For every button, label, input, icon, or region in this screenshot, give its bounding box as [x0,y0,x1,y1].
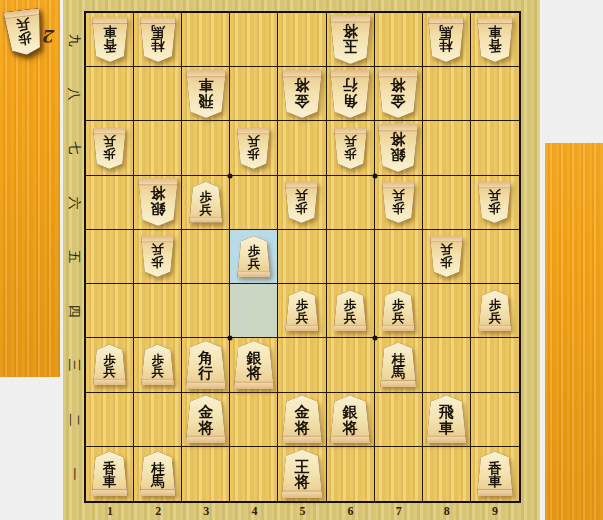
shogi-piece[interactable]: 王将 [281,449,322,498]
piece-kanji-char: 銀 [150,201,165,216]
piece-kanji-char: 香 [103,38,117,52]
piece-kanji: 歩兵 [440,242,453,271]
file-label: 4 [230,504,278,519]
board-cell-7七[interactable]: 銀将 [375,121,423,175]
piece-kanji-char: 馬 [391,366,405,380]
board-cell-5五[interactable] [278,230,326,284]
piece-body: 桂馬 [140,451,176,496]
shogi-piece[interactable]: 歩兵 [285,182,318,223]
board-cell-6八[interactable]: 角行 [327,67,375,121]
board-cell-2八[interactable] [134,67,182,121]
shogi-piece[interactable]: 歩兵 [382,182,415,223]
board-cell-3四[interactable] [182,284,230,338]
shogi-piece[interactable]: 金将 [282,70,322,118]
board-cell-7三[interactable]: 桂馬 [375,338,423,392]
board-cell-5二[interactable]: 金将 [278,393,326,447]
piece-kanji: 銀将 [391,131,406,165]
piece-kanji-char: 馬 [151,24,165,38]
piece-kanji-char: 将 [294,421,309,436]
piece-kanji-char: 玉 [343,38,358,53]
shogi-piece[interactable]: 歩兵 [141,236,174,277]
board-cell-3一[interactable] [182,447,230,501]
shogi-piece[interactable]: 歩兵 [382,290,415,331]
board-cell-4一[interactable] [230,447,278,501]
piece-kanji-char: 兵 [151,366,164,379]
board-cell-1九[interactable]: 香車 [86,13,134,67]
board-cell-8五[interactable]: 歩兵 [423,230,471,284]
piece-kanji: 香車 [103,24,117,55]
piece-body: 歩兵 [334,128,367,169]
board-cell-3三[interactable]: 角行 [182,338,230,392]
piece-kanji-char: 兵 [151,242,164,255]
piece-kanji: 歩兵 [296,296,309,325]
piece-kanji-char: 兵 [200,204,213,217]
board-cell-8三[interactable] [423,338,471,392]
shogi-piece[interactable]: 歩兵 [6,10,42,55]
board-cell-8四[interactable] [423,284,471,338]
board-cell-9八[interactable] [471,67,519,121]
board-cell-5三[interactable] [278,338,326,392]
piece-kanji-char: 将 [198,421,213,436]
piece-kanji-char: 兵 [344,312,357,325]
piece-body: 歩兵 [285,182,318,223]
piece-kanji-char: 将 [150,185,165,200]
piece-body: 桂馬 [140,17,176,62]
board-cell-2七[interactable] [134,121,182,175]
piece-body: 金将 [378,70,418,118]
piece-kanji-char: 車 [198,77,213,92]
board-cell-2五[interactable]: 歩兵 [134,230,182,284]
board-cell-3八[interactable]: 飛車 [182,67,230,121]
hand-piece-pawn[interactable]: 歩兵 [6,10,42,55]
board-cell-5八[interactable]: 金将 [278,67,326,121]
shogi-piece[interactable]: 香車 [92,17,128,62]
piece-kanji-char: 金 [294,92,309,107]
board-cell-7八[interactable]: 金将 [375,67,423,121]
board-cell-1七[interactable]: 歩兵 [86,121,134,175]
piece-kanji-char: 車 [439,421,454,436]
shogi-piece[interactable]: 歩兵 [334,290,367,331]
piece-kanji: 金将 [391,77,406,111]
board-cell-9三[interactable] [471,338,519,392]
piece-kanji-char: 兵 [296,188,309,201]
hoshi-dot [228,173,233,178]
board-cell-2九[interactable]: 桂馬 [134,13,182,67]
board-cell-1五[interactable] [86,230,134,284]
board-cell-4五[interactable]: 歩兵 [230,230,278,284]
piece-kanji-char: 銀 [391,147,406,162]
piece-kanji: 歩兵 [151,351,164,380]
shogi-piece[interactable]: 飛車 [186,70,226,118]
piece-kanji: 金将 [294,77,309,111]
shogi-piece[interactable]: 香車 [477,451,513,496]
piece-kanji: 金将 [294,402,309,436]
piece-kanji: 銀将 [150,185,165,219]
board-cell-7四[interactable]: 歩兵 [375,284,423,338]
shogi-piece[interactable]: 歩兵 [141,344,174,385]
board-cell-7二[interactable] [375,393,423,447]
piece-kanji-char: 香 [488,38,502,52]
piece-body: 歩兵 [334,290,367,331]
piece-body: 歩兵 [382,182,415,223]
board-cell-8六[interactable] [423,176,471,230]
shogi-piece[interactable]: 玉将 [330,15,371,64]
shogi-piece[interactable]: 歩兵 [189,182,222,223]
piece-body: 歩兵 [3,8,44,57]
shogi-piece[interactable]: 銀将 [138,178,178,226]
piece-body: 桂馬 [428,17,464,62]
board-cell-3九[interactable] [182,13,230,67]
shogi-piece[interactable]: 角行 [186,341,226,389]
piece-body: 銀将 [138,178,178,226]
piece-kanji-char: 馬 [440,24,454,38]
piece-kanji-char: 兵 [248,134,261,147]
hoshi-dot [228,336,233,341]
piece-body: 歩兵 [93,128,126,169]
board-cell-9二[interactable] [471,393,519,447]
file-label: 9 [471,504,519,519]
shogi-piece[interactable]: 角行 [330,70,370,118]
shogi-piece[interactable]: 香車 [92,451,128,496]
piece-kanji-char: 兵 [344,134,357,147]
piece-body: 歩兵 [93,344,126,385]
shogi-piece[interactable]: 桂馬 [140,451,176,496]
piece-kanji-char: 将 [343,23,358,38]
piece-kanji: 銀将 [246,348,261,382]
board-cell-7一[interactable] [375,447,423,501]
piece-body: 歩兵 [237,236,270,277]
board-cell-9四[interactable]: 歩兵 [471,284,519,338]
board-cell-1二[interactable] [86,393,134,447]
board-cell-6二[interactable]: 銀将 [327,393,375,447]
piece-kanji-char: 兵 [248,258,261,271]
piece-kanji: 玉将 [343,23,358,57]
piece-body: 銀将 [378,124,418,172]
piece-body: 香車 [92,451,128,496]
shogi-piece[interactable]: 銀将 [234,341,274,389]
piece-kanji-char: 兵 [489,312,502,325]
board-cell-6九[interactable]: 玉将 [327,13,375,67]
piece-kanji-char: 兵 [489,188,502,201]
piece-body: 歩兵 [141,344,174,385]
board-cell-8七[interactable] [423,121,471,175]
board-cell-7九[interactable] [375,13,423,67]
file-label: 8 [423,504,471,519]
board-cell-8二[interactable]: 飛車 [423,393,471,447]
shogi-piece[interactable]: 銀将 [330,395,370,443]
board-cell-7五[interactable] [375,230,423,284]
piece-kanji: 歩兵 [296,188,309,217]
piece-body: 王将 [281,449,322,498]
shogi-piece[interactable]: 飛車 [426,395,466,443]
piece-kanji: 歩兵 [344,134,357,163]
rank-labels: 九八七六五四三二一 [63,13,84,501]
piece-kanji-char: 兵 [103,366,116,379]
piece-kanji-char: 金 [391,92,406,107]
piece-kanji: 金将 [198,402,213,436]
piece-body: 金将 [186,395,226,443]
piece-kanji-char: 将 [246,366,261,381]
board-cell-6五[interactable] [327,230,375,284]
piece-body: 歩兵 [430,236,463,277]
shogi-app: 歩兵 2 九八七六五四三二一 香車桂馬玉将桂馬香車飛車金将角行金将歩兵歩兵歩兵銀… [0,0,603,520]
board-cell-5九[interactable] [278,13,326,67]
piece-body: 歩兵 [478,290,511,331]
board-cell-2三[interactable]: 歩兵 [134,338,182,392]
file-label: 2 [134,504,182,519]
piece-kanji: 歩兵 [248,242,261,271]
piece-kanji: 歩兵 [392,296,405,325]
piece-body: 香車 [477,17,513,62]
piece-kanji-char: 将 [294,77,309,92]
board-cell-7六[interactable]: 歩兵 [375,176,423,230]
board-cell-4二[interactable] [230,393,278,447]
piece-body: 飛車 [186,70,226,118]
board-cell-8一[interactable] [423,447,471,501]
board-cell-1一[interactable]: 香車 [86,447,134,501]
shogi-piece[interactable]: 歩兵 [334,128,367,169]
shogi-piece[interactable]: 金将 [186,395,226,443]
file-labels: 123456789 [86,504,519,519]
piece-body: 香車 [92,17,128,62]
file-label: 6 [327,504,375,519]
piece-kanji: 歩兵 [344,296,357,325]
piece-kanji-char: 桂 [151,38,165,52]
shogi-piece[interactable]: 桂馬 [428,17,464,62]
board-cell-1四[interactable] [86,284,134,338]
piece-kanji: 王将 [294,457,309,491]
piece-kanji: 角行 [198,348,213,382]
piece-kanji: 歩兵 [151,242,164,271]
piece-body: 歩兵 [478,182,511,223]
board-cell-9七[interactable] [471,121,519,175]
piece-kanji-char: 将 [343,421,358,436]
board-cell-6一[interactable] [327,447,375,501]
piece-kanji-char: 車 [488,475,502,489]
piece-kanji-char: 車 [488,24,502,38]
shogi-piece[interactable]: 歩兵 [237,128,270,169]
board-cell-5七[interactable] [278,121,326,175]
shogi-piece[interactable]: 銀将 [378,124,418,172]
shogi-piece[interactable]: 香車 [477,17,513,62]
shogi-piece[interactable]: 歩兵 [93,344,126,385]
board-cell-3七[interactable] [182,121,230,175]
board-cell-9一[interactable]: 香車 [471,447,519,501]
piece-kanji-char: 将 [391,77,406,92]
piece-body: 桂馬 [380,342,416,387]
board-cell-5四[interactable]: 歩兵 [278,284,326,338]
board-cell-2二[interactable] [134,393,182,447]
board-cell-8八[interactable] [423,67,471,121]
bottom-player-komadai [545,143,603,520]
piece-kanji-char: 兵 [103,134,116,147]
piece-kanji-char: 桂 [440,38,454,52]
hoshi-dot [372,173,377,178]
piece-kanji-char: 行 [198,366,213,381]
piece-kanji: 桂馬 [151,459,165,490]
piece-kanji: 歩兵 [489,296,502,325]
board-cell-3五[interactable] [182,230,230,284]
file-label: 5 [278,504,326,519]
board-cell-8九[interactable]: 桂馬 [423,13,471,67]
board-cell-2四[interactable] [134,284,182,338]
piece-body: 歩兵 [382,290,415,331]
shogi-board: 香車桂馬玉将桂馬香車飛車金将角行金将歩兵歩兵歩兵銀将銀将歩兵歩兵歩兵歩兵歩兵歩兵… [84,11,521,503]
piece-kanji: 飛車 [198,77,213,111]
shogi-piece[interactable]: 歩兵 [430,236,463,277]
piece-body: 香車 [477,451,513,496]
piece-body: 銀将 [234,341,274,389]
board-cell-1三[interactable]: 歩兵 [86,338,134,392]
hoshi-dot [372,336,377,341]
shogi-piece[interactable]: 歩兵 [93,128,126,169]
piece-kanji: 歩兵 [103,134,116,163]
board-cell-1六[interactable] [86,176,134,230]
piece-kanji: 歩兵 [200,188,213,217]
board-cell-9六[interactable]: 歩兵 [471,176,519,230]
piece-kanji-char: 兵 [15,17,30,32]
piece-kanji-char: 角 [343,92,358,107]
piece-body: 歩兵 [189,182,222,223]
board-cell-4六[interactable] [230,176,278,230]
board-cell-9九[interactable]: 香車 [471,13,519,67]
board-cell-4八[interactable] [230,67,278,121]
piece-kanji: 香車 [488,24,502,55]
file-label: 7 [375,504,423,519]
piece-body: 角行 [186,341,226,389]
piece-kanji-char: 兵 [296,312,309,325]
piece-body: 歩兵 [237,128,270,169]
piece-kanji: 香車 [488,459,502,490]
piece-kanji-char: 行 [343,77,358,92]
piece-kanji-char: 飛 [198,92,213,107]
board-cell-4三[interactable]: 銀将 [230,338,278,392]
piece-body: 歩兵 [141,236,174,277]
piece-kanji-char: 馬 [151,475,165,489]
piece-kanji: 角行 [343,77,358,111]
shogi-piece[interactable]: 歩兵 [285,290,318,331]
board-cell-5六[interactable]: 歩兵 [278,176,326,230]
shogi-piece[interactable]: 桂馬 [140,17,176,62]
piece-body: 玉将 [330,15,371,64]
piece-kanji: 歩兵 [103,351,116,380]
board-cell-1八[interactable] [86,67,134,121]
shogi-piece[interactable]: 歩兵 [237,236,270,277]
shogi-piece[interactable]: 歩兵 [478,182,511,223]
piece-body: 角行 [330,70,370,118]
board-grid: 香車桂馬玉将桂馬香車飛車金将角行金将歩兵歩兵歩兵銀将銀将歩兵歩兵歩兵歩兵歩兵歩兵… [86,13,519,501]
board-cell-6四[interactable]: 歩兵 [327,284,375,338]
file-label: 3 [182,504,230,519]
file-label: 1 [86,504,134,519]
piece-kanji: 歩兵 [15,17,32,49]
piece-kanji: 桂馬 [391,350,405,381]
board-cell-2一[interactable]: 桂馬 [134,447,182,501]
shogi-piece[interactable]: 桂馬 [380,342,416,387]
board-cell-9五[interactable] [471,230,519,284]
piece-body: 飛車 [426,395,466,443]
board-cell-3六[interactable]: 歩兵 [182,176,230,230]
piece-kanji-char: 兵 [392,188,405,201]
piece-kanji: 飛車 [439,402,454,436]
piece-kanji: 香車 [103,459,117,490]
piece-kanji-char: 兵 [440,242,453,255]
board-cell-3二[interactable]: 金将 [182,393,230,447]
piece-body: 歩兵 [285,290,318,331]
shogi-piece[interactable]: 金将 [378,70,418,118]
piece-kanji: 桂馬 [440,24,454,55]
piece-kanji-char: 兵 [392,312,405,325]
board-cell-6三[interactable] [327,338,375,392]
piece-kanji: 歩兵 [392,188,405,217]
piece-kanji-char: 将 [294,475,309,490]
piece-kanji: 桂馬 [151,24,165,55]
piece-body: 金将 [282,395,322,443]
board-panel: 九八七六五四三二一 香車桂馬玉将桂馬香車飛車金将角行金将歩兵歩兵歩兵銀将銀将歩兵… [63,0,540,520]
shogi-piece[interactable]: 歩兵 [478,290,511,331]
board-cell-2六[interactable]: 銀将 [134,176,182,230]
board-cell-4四[interactable] [230,284,278,338]
shogi-piece[interactable]: 金将 [282,395,322,443]
piece-kanji: 銀将 [343,402,358,436]
board-cell-4九[interactable] [230,13,278,67]
piece-kanji-char: 車 [103,24,117,38]
piece-kanji: 歩兵 [489,188,502,217]
piece-body: 金将 [282,70,322,118]
piece-kanji: 歩兵 [248,134,261,163]
board-cell-4七[interactable]: 歩兵 [230,121,278,175]
piece-kanji-char: 車 [103,475,117,489]
board-cell-6六[interactable] [327,176,375,230]
board-cell-5一[interactable]: 王将 [278,447,326,501]
board-cell-6七[interactable]: 歩兵 [327,121,375,175]
piece-body: 銀将 [330,395,370,443]
piece-kanji-char: 将 [391,131,406,146]
